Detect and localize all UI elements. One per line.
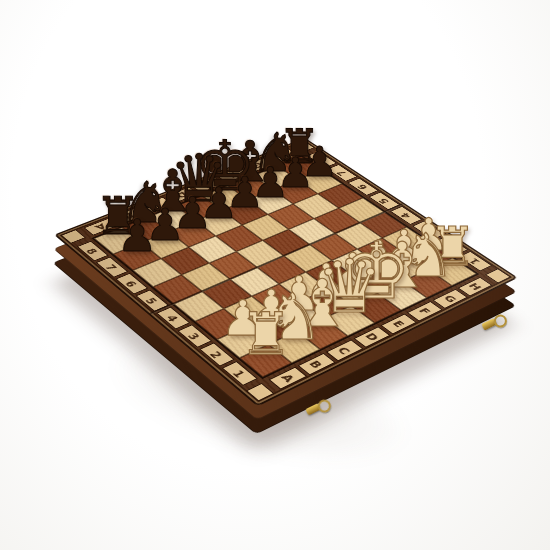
border-corner-inlay [61,229,86,243]
product-photo: ABCDEFGH ABCDEFGH 87654321 87654321 ♜♞♝♛… [0,0,550,550]
border-corner-inlay [485,268,511,283]
border-corner-inlay [246,383,274,401]
border-corner-inlay [292,141,315,153]
